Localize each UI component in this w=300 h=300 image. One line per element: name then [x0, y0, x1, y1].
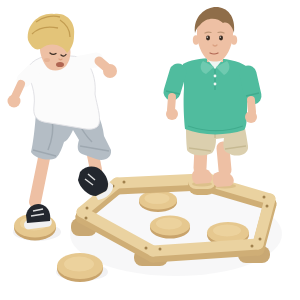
eye-glint: [207, 37, 208, 38]
eye-glint: [220, 37, 221, 38]
toddler-left-sleeve: [248, 74, 253, 96]
screw: [86, 207, 89, 210]
beam-bottom: [153, 244, 258, 251]
product-photo: [0, 0, 300, 300]
boy-right-sleeve: [24, 72, 32, 80]
nose: [59, 59, 62, 60]
boy-left-forearm: [99, 61, 106, 67]
polo-button: [214, 75, 217, 78]
screw: [159, 248, 162, 251]
toddler-right-hand: [166, 108, 178, 120]
disc-highlight: [213, 225, 241, 237]
toddler-eye: [219, 36, 223, 41]
disc-highlight: [64, 257, 94, 272]
toddler-left-arm: [251, 100, 252, 112]
screw: [123, 181, 126, 184]
disc-inside-top: [139, 191, 177, 213]
screw: [259, 238, 262, 241]
disc-outside-bottom: [57, 253, 103, 282]
toddler-right-sleeve: [172, 72, 178, 92]
screw: [251, 245, 254, 248]
disc-highlight: [145, 193, 170, 204]
screw: [263, 196, 266, 199]
disc-inside-center: [150, 216, 190, 239]
scene-canvas: [0, 0, 300, 300]
screw: [85, 217, 88, 220]
screw: [266, 205, 269, 208]
cheek-blush: [44, 58, 50, 62]
toddler-eye: [206, 36, 210, 41]
boy-right-fist: [8, 95, 21, 108]
boy-left-fist: [103, 64, 117, 78]
polo-button: [214, 83, 217, 86]
toddler-left-leg: [223, 148, 225, 170]
boy-left-sleeve: [80, 60, 96, 63]
toddler-left-hand: [245, 111, 257, 123]
disc-highlight: [156, 218, 182, 230]
screw: [145, 247, 148, 250]
laughing-mouth: [56, 62, 64, 67]
